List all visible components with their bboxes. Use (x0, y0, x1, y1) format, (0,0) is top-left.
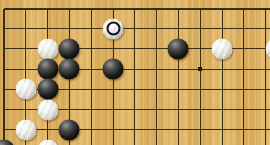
star-point-hoshi (198, 67, 202, 71)
white-stone (37, 38, 58, 59)
black-stone (59, 119, 80, 140)
go-board[interactable] (0, 0, 270, 145)
grid-horizontal-line (4, 28, 270, 29)
white-stone (37, 99, 58, 120)
white-stone (103, 18, 124, 39)
black-stone (168, 38, 189, 59)
white-stone (15, 119, 36, 140)
black-stone (59, 38, 80, 59)
black-stone (59, 59, 80, 80)
white-stone (212, 38, 233, 59)
grid-horizontal-line (4, 8, 270, 10)
black-stone (0, 139, 15, 145)
last-move-marker-icon (106, 22, 120, 36)
white-stone (37, 139, 58, 145)
go-client-viewport (0, 0, 270, 145)
black-stone (37, 79, 58, 100)
white-stone (15, 79, 36, 100)
black-stone (103, 59, 124, 80)
grid-horizontal-line (4, 129, 270, 130)
black-stone (37, 59, 58, 80)
